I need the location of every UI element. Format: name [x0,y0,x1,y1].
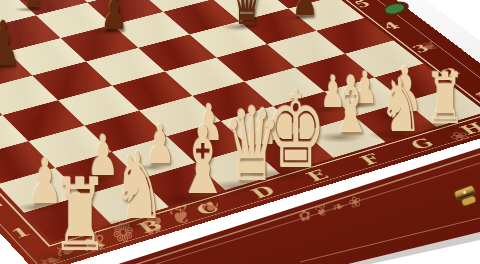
white-knight-b1[interactable]: ♞ [113,141,166,233]
white-rook-h1[interactable]: ♜ [425,64,465,134]
white-rook-a1[interactable]: ♜ [51,166,108,264]
brass-clasp [454,185,479,208]
black-knight-b8[interactable]: ♞ [21,0,44,13]
white-knight-g1[interactable]: ♞ [380,68,422,142]
chess-set-photo: ❧ ❀ ❁ ✿ ❦ ❧ ✿ ❦ ❧ ❀ ABCDEFGH112233445566… [0,0,480,264]
ground-shadow [340,232,480,264]
green-felt [384,2,404,15]
black-queen-d8[interactable]: ♛ [230,0,263,33]
white-bishop-f1[interactable]: ♝ [329,66,374,144]
white-queen-d1[interactable]: ♛ [223,94,282,196]
black-pawn-a7[interactable]: ♟ [0,13,21,75]
black-pawn-b7[interactable]: ♟ [100,0,128,36]
black-pawn-e7[interactable]: ♟ [292,0,318,22]
svg-text:✿ ❦ ❧ ❀: ✿ ❦ ❧ ❀ [296,192,363,226]
white-bishop-c1[interactable]: ♝ [176,114,230,208]
